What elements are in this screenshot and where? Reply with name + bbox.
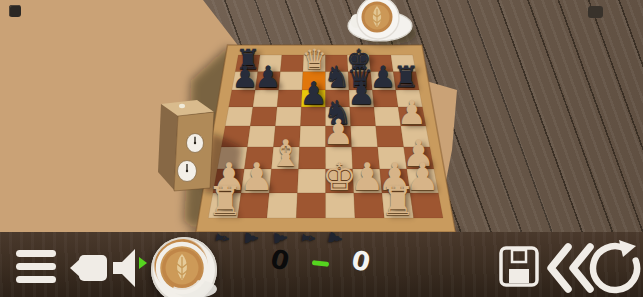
square-c8[interactable] xyxy=(280,55,303,72)
piece-white-pawn-b2[interactable]: ♟ xyxy=(239,158,273,196)
clock-button xyxy=(179,104,185,108)
square-c5[interactable] xyxy=(275,107,301,126)
piece-black-pawn-b7[interactable]: ♟ xyxy=(255,63,282,93)
square-d4[interactable] xyxy=(300,126,326,147)
piece-white-bishop-c3[interactable]: ♝ xyxy=(269,135,302,172)
chess-clock xyxy=(158,100,214,191)
square-a5[interactable] xyxy=(225,107,253,126)
captured-black-bishop: ♝ xyxy=(212,229,231,247)
captured-black-bishop: ♝ xyxy=(299,230,317,247)
piece-white-pawn-h5[interactable]: ♟ xyxy=(397,96,427,129)
sound-level-chevron xyxy=(139,257,147,269)
square-b5[interactable] xyxy=(250,107,277,126)
captured-black-pawn: ♟ xyxy=(242,230,260,246)
square-f4[interactable] xyxy=(351,126,378,147)
piece-black-rook-h7[interactable]: ♜ xyxy=(393,63,420,93)
top-left-corner-icon xyxy=(9,5,21,17)
chess-app-screen: { "game": "chess", "app_title": "3D Ches… xyxy=(0,0,643,297)
piece-white-rook-g1[interactable]: ♜ xyxy=(380,181,416,221)
top-right-corner-icon xyxy=(588,6,603,18)
captured-black-pawn: ♟ xyxy=(325,229,345,247)
piece-white-pawn-e4[interactable]: ♟ xyxy=(323,115,354,150)
table-latte-cup xyxy=(348,0,417,45)
piece-white-rook-a1[interactable]: ♜ xyxy=(207,181,243,221)
coffee-button[interactable] xyxy=(151,237,217,297)
square-d1[interactable] xyxy=(296,193,325,218)
